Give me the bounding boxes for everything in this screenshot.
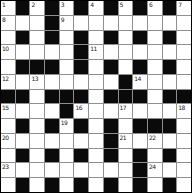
block-cell-r3c10 [133,31,147,45]
block-cell-r6c9 [119,75,133,89]
cell-r10c7[interactable] [89,134,103,148]
cell-r11c9[interactable] [119,149,133,163]
block-cell-r3c6 [74,31,88,45]
cell-r12c5[interactable] [60,163,74,177]
clue-number-17: 17 [120,104,127,111]
block-cell-r9c10 [133,119,147,133]
cell-r10c12[interactable] [163,134,177,148]
cell-r12c13[interactable] [177,163,191,177]
block-cell-r3c12 [163,31,177,45]
cell-r5c5[interactable] [60,60,74,74]
cell-r11c5[interactable] [60,149,74,163]
block-cell-r5c10 [133,60,147,74]
cell-r1c13[interactable]: 7 [177,1,191,15]
cell-r10c6[interactable] [74,134,88,148]
cell-r12c4[interactable] [45,163,59,177]
block-cell-r7c4 [45,90,59,104]
cell-r13c9[interactable] [119,178,133,192]
block-cell-r9c8 [104,119,118,133]
cell-r4c8[interactable] [104,45,118,59]
block-cell-r5c6 [74,60,88,74]
cell-r1c5[interactable]: 3 [60,1,74,15]
cell-r6c5[interactable] [60,75,74,89]
clue-number-18: 18 [178,104,185,111]
cell-r3c9[interactable] [119,31,133,45]
cell-r12c6[interactable] [74,163,88,177]
block-cell-r3c2 [16,31,30,45]
cell-r4c5[interactable] [60,45,74,59]
block-cell-r1c4 [45,1,59,15]
block-cell-r7c10 [133,90,147,104]
block-cell-r5c12 [163,60,177,74]
cell-r13c3[interactable] [30,178,44,192]
block-cell-r7c6 [74,90,88,104]
cell-r2c1[interactable]: 8 [1,16,15,30]
block-cell-r5c8 [104,60,118,74]
cell-r8c8[interactable] [104,104,118,118]
cell-r4c11[interactable] [148,45,162,59]
block-cell-r10c8 [104,134,118,148]
cell-r4c12[interactable] [163,45,177,59]
block-cell-r11c4 [45,149,59,163]
clue-number-8: 8 [2,16,5,23]
cell-r10c9[interactable]: 21 [119,134,133,148]
clue-number-9: 9 [61,16,64,23]
cell-r6c6[interactable] [74,75,88,89]
cell-r11c7[interactable] [89,149,103,163]
cell-r3c3[interactable] [30,31,44,45]
block-cell-r3c4 [45,31,59,45]
block-cell-r5c4 [45,60,59,74]
block-cell-r4c6 [74,45,88,59]
block-cell-r1c2 [16,1,30,15]
block-cell-r8c5 [60,104,74,118]
cell-r2c6[interactable] [74,16,88,30]
cell-r1c11[interactable]: 6 [148,1,162,15]
cell-r13c1[interactable] [1,178,15,192]
cell-r2c8[interactable] [104,16,118,30]
block-cell-r11c6 [74,149,88,163]
block-cell-r13c12 [163,178,177,192]
cell-r6c10[interactable]: 14 [133,75,147,89]
cell-r10c10[interactable] [133,134,147,148]
clue-number-13: 13 [31,75,38,82]
cell-r2c12[interactable] [163,16,177,30]
block-cell-r7c1 [1,90,15,104]
block-cell-r1c8 [104,1,118,15]
block-cell-r5c2 [16,60,30,74]
cell-r4c4[interactable] [45,45,59,59]
cell-r10c11[interactable]: 22 [148,134,162,148]
clue-number-7: 7 [178,1,181,8]
cell-r5c1[interactable] [1,60,15,74]
cell-r3c7[interactable] [89,31,103,45]
clue-number-12: 12 [2,75,9,82]
cell-r12c12[interactable] [163,163,177,177]
block-cell-r11c2 [16,149,30,163]
cell-r1c3[interactable]: 2 [30,1,44,15]
cell-r10c5[interactable] [60,134,74,148]
cell-r8c6[interactable]: 16 [74,104,88,118]
block-cell-r11c10 [133,149,147,163]
block-cell-r1c6 [74,1,88,15]
clue-number-20: 20 [2,134,9,141]
cell-r5c7[interactable] [89,60,103,74]
block-cell-r9c4 [45,119,59,133]
clue-number-22: 22 [149,134,156,141]
cell-r10c2[interactable] [16,134,30,148]
clue-number-15: 15 [2,104,9,111]
clue-number-23: 23 [2,163,9,170]
cell-r11c11[interactable] [148,149,162,163]
cell-r9c5[interactable]: 19 [60,119,74,133]
clue-number-1: 1 [2,1,5,8]
cell-r6c3[interactable]: 13 [30,75,44,89]
cell-r2c11[interactable] [148,16,162,30]
cell-r8c10[interactable] [133,104,147,118]
cell-r1c9[interactable]: 5 [119,1,133,15]
cell-r3c13[interactable] [177,31,191,45]
cell-r11c1[interactable] [1,149,15,163]
cell-r11c3[interactable] [30,149,44,163]
cell-r8c12[interactable] [163,104,177,118]
crossword-page: 123456789101112131415161718192021222324 [0,0,193,194]
block-cell-r9c11 [148,119,162,133]
clue-number-19: 19 [61,119,68,126]
cell-r8c13[interactable]: 18 [177,104,191,118]
cell-r12c7[interactable] [89,163,103,177]
clue-number-2: 2 [31,1,34,8]
cell-r12c11[interactable]: 24 [148,163,162,177]
clue-number-6: 6 [149,1,152,8]
cell-r8c2[interactable] [16,104,30,118]
block-cell-r11c12 [163,149,177,163]
cell-r9c7[interactable] [89,119,103,133]
cell-r7c7[interactable] [89,90,103,104]
cell-r10c4[interactable] [45,134,59,148]
block-cell-r9c6 [74,119,88,133]
cell-r6c11[interactable] [148,75,162,89]
cell-r11c13[interactable] [177,149,191,163]
cell-r2c2[interactable] [16,16,30,30]
cell-r4c10[interactable] [133,45,147,59]
clue-number-5: 5 [120,1,123,8]
cell-r8c4[interactable] [45,104,59,118]
cell-r2c10[interactable] [133,16,147,30]
clue-number-11: 11 [90,45,97,52]
cell-r12c3[interactable] [30,163,44,177]
cell-r8c3[interactable] [30,104,44,118]
cell-r9c13[interactable] [177,119,191,133]
cell-r10c3[interactable] [30,134,44,148]
cell-r12c1[interactable]: 23 [1,163,15,177]
cell-r7c11[interactable] [148,90,162,104]
cell-r6c13[interactable] [177,75,191,89]
cell-r4c1[interactable]: 10 [1,45,15,59]
clue-number-14: 14 [134,75,141,82]
cell-r4c2[interactable] [16,45,30,59]
cell-r4c13[interactable] [177,45,191,59]
cell-r8c11[interactable] [148,104,162,118]
cell-r3c1[interactable] [1,31,15,45]
cell-r10c1[interactable]: 20 [1,134,15,148]
cell-r8c1[interactable]: 15 [1,104,15,118]
cell-r2c13[interactable] [177,16,191,30]
cell-r1c1[interactable]: 1 [1,1,15,15]
block-cell-r2c4 [45,16,59,30]
cell-r4c9[interactable] [119,45,133,59]
block-cell-r7c8 [104,90,118,104]
block-cell-r13c10 [133,178,147,192]
cell-r6c2[interactable] [16,75,30,89]
block-cell-r7c13 [177,90,191,104]
cell-r6c12[interactable] [163,75,177,89]
cell-r4c7[interactable]: 11 [89,45,103,59]
cell-r6c7[interactable] [89,75,103,89]
clue-number-4: 4 [90,1,93,8]
cell-r6c8[interactable] [104,75,118,89]
block-cell-r7c5 [60,90,74,104]
cell-r7c3[interactable] [30,90,44,104]
cell-r10c13[interactable] [177,134,191,148]
cell-r6c4[interactable] [45,75,59,89]
cell-r5c9[interactable] [119,60,133,74]
block-cell-r3c8 [104,31,118,45]
cell-r5c13[interactable] [177,60,191,74]
cell-r9c9[interactable] [119,119,133,133]
block-cell-r12c10 [133,163,147,177]
block-cell-r11c8 [104,149,118,163]
cell-r3c5[interactable] [60,31,74,45]
cell-r9c1[interactable] [1,119,15,133]
cell-r13c13[interactable] [177,178,191,192]
cell-r2c7[interactable] [89,16,103,30]
clue-number-21: 21 [120,134,127,141]
cell-r8c7[interactable] [89,104,103,118]
crossword-grid: 123456789101112131415161718192021222324 [0,0,192,193]
block-cell-r5c3 [30,60,44,74]
block-cell-r1c10 [133,1,147,15]
cell-r12c8[interactable] [104,163,118,177]
clue-number-10: 10 [2,45,9,52]
block-cell-r9c12 [163,119,177,133]
cell-r1c7[interactable]: 4 [89,1,103,15]
cell-r13c7[interactable] [89,178,103,192]
block-cell-r1c12 [163,1,177,15]
block-cell-r13c6 [74,178,88,192]
block-cell-r13c8 [104,178,118,192]
block-cell-r13c2 [16,178,30,192]
block-cell-r9c2 [16,119,30,133]
cell-r2c5[interactable]: 9 [60,16,74,30]
cell-r12c9[interactable] [119,163,133,177]
cell-r2c9[interactable] [119,16,133,30]
cell-r5c11[interactable] [148,60,162,74]
block-cell-r7c2 [16,90,30,104]
clue-number-16: 16 [75,104,82,111]
cell-r8c9[interactable]: 17 [119,104,133,118]
cell-r4c3[interactable] [30,45,44,59]
cell-r12c2[interactable] [16,163,30,177]
cell-r2c3[interactable] [30,16,44,30]
block-cell-r7c12 [163,90,177,104]
clue-number-24: 24 [149,163,156,170]
clue-number-3: 3 [61,1,64,8]
block-cell-r13c4 [45,178,59,192]
cell-r6c1[interactable]: 12 [1,75,15,89]
cell-r3c11[interactable] [148,31,162,45]
cell-r13c11[interactable] [148,178,162,192]
block-cell-r7c9 [119,90,133,104]
cell-r13c5[interactable] [60,178,74,192]
cell-r9c3[interactable] [30,119,44,133]
